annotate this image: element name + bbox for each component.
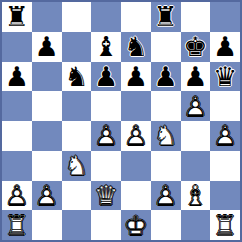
white-pawn-piece[interactable]: ♟♙ bbox=[32, 181, 62, 211]
square-c4[interactable] bbox=[62, 121, 92, 151]
black-queen-glyph: ♛ bbox=[210, 62, 240, 92]
square-b8[interactable] bbox=[32, 2, 62, 32]
black-queen-piece[interactable]: ♛ bbox=[210, 62, 240, 92]
square-g8[interactable] bbox=[181, 2, 211, 32]
black-rook-glyph: ♜ bbox=[151, 2, 181, 32]
square-d8[interactable] bbox=[91, 2, 121, 32]
white-pawn-outline: ♙ bbox=[151, 181, 181, 211]
white-queen-piece[interactable]: ♛♕ bbox=[91, 181, 121, 211]
square-c5[interactable] bbox=[62, 91, 92, 121]
black-pawn-glyph: ♟ bbox=[2, 62, 32, 92]
black-king-glyph: ♚ bbox=[181, 32, 211, 62]
white-rook-piece[interactable]: ♜♖ bbox=[2, 210, 32, 240]
square-f3[interactable] bbox=[151, 151, 181, 181]
white-pawn-piece[interactable]: ♟♙ bbox=[2, 181, 32, 211]
square-h1[interactable]: ♜♖ bbox=[210, 210, 240, 240]
square-e7[interactable]: ♞ bbox=[121, 32, 151, 62]
chess-board: ♜♜♟♝♞♚♟♟♞♟♟♟♟♛♟♙♟♙♟♙♞♘♟♙♞♘♟♙♟♙♛♕♟♙♝♗♜♖♚♔… bbox=[0, 0, 242, 242]
square-h5[interactable] bbox=[210, 91, 240, 121]
square-e3[interactable] bbox=[121, 151, 151, 181]
black-rook-glyph: ♜ bbox=[2, 2, 32, 32]
square-a3[interactable] bbox=[2, 151, 32, 181]
black-bishop-glyph: ♝ bbox=[91, 32, 121, 62]
square-a2[interactable]: ♟♙ bbox=[2, 181, 32, 211]
white-rook-outline: ♖ bbox=[210, 210, 240, 240]
white-rook-outline: ♖ bbox=[2, 210, 32, 240]
square-a1[interactable]: ♜♖ bbox=[2, 210, 32, 240]
square-f2[interactable]: ♟♙ bbox=[151, 181, 181, 211]
square-h3[interactable] bbox=[210, 151, 240, 181]
square-a4[interactable] bbox=[2, 121, 32, 151]
white-pawn-outline: ♙ bbox=[91, 121, 121, 151]
black-pawn-piece[interactable]: ♟ bbox=[181, 62, 211, 92]
white-queen-outline: ♕ bbox=[91, 181, 121, 211]
square-c7[interactable] bbox=[62, 32, 92, 62]
square-e8[interactable] bbox=[121, 2, 151, 32]
square-b7[interactable]: ♟ bbox=[32, 32, 62, 62]
white-pawn-piece[interactable]: ♟♙ bbox=[210, 121, 240, 151]
square-g6[interactable]: ♟ bbox=[181, 62, 211, 92]
square-h6[interactable]: ♛ bbox=[210, 62, 240, 92]
square-c6[interactable]: ♞ bbox=[62, 62, 92, 92]
square-b6[interactable] bbox=[32, 62, 62, 92]
square-f8[interactable]: ♜ bbox=[151, 2, 181, 32]
black-pawn-glyph: ♟ bbox=[181, 62, 211, 92]
square-b4[interactable] bbox=[32, 121, 62, 151]
white-pawn-piece[interactable]: ♟♙ bbox=[91, 121, 121, 151]
square-b3[interactable] bbox=[32, 151, 62, 181]
white-pawn-outline: ♙ bbox=[2, 181, 32, 211]
square-e2[interactable] bbox=[121, 181, 151, 211]
square-f4[interactable]: ♞♘ bbox=[151, 121, 181, 151]
square-h2[interactable] bbox=[210, 181, 240, 211]
square-b5[interactable] bbox=[32, 91, 62, 121]
square-h7[interactable]: ♟ bbox=[210, 32, 240, 62]
square-c8[interactable] bbox=[62, 2, 92, 32]
black-knight-glyph: ♞ bbox=[62, 62, 92, 92]
black-pawn-piece[interactable]: ♟ bbox=[121, 62, 151, 92]
black-bishop-piece[interactable]: ♝ bbox=[91, 32, 121, 62]
white-pawn-piece[interactable]: ♟♙ bbox=[151, 181, 181, 211]
square-e6[interactable]: ♟ bbox=[121, 62, 151, 92]
black-pawn-piece[interactable]: ♟ bbox=[32, 32, 62, 62]
square-g1[interactable] bbox=[181, 210, 211, 240]
square-d5[interactable] bbox=[91, 91, 121, 121]
square-h4[interactable]: ♟♙ bbox=[210, 121, 240, 151]
square-c3[interactable]: ♞♘ bbox=[62, 151, 92, 181]
square-d4[interactable]: ♟♙ bbox=[91, 121, 121, 151]
black-pawn-glyph: ♟ bbox=[121, 62, 151, 92]
black-pawn-piece[interactable]: ♟ bbox=[210, 32, 240, 62]
white-bishop-outline: ♗ bbox=[181, 181, 211, 211]
square-g7[interactable]: ♚ bbox=[181, 32, 211, 62]
black-pawn-piece[interactable]: ♟ bbox=[91, 62, 121, 92]
square-f6[interactable]: ♟ bbox=[151, 62, 181, 92]
white-king-piece[interactable]: ♚♔ bbox=[121, 210, 151, 240]
white-rook-piece[interactable]: ♜♖ bbox=[210, 210, 240, 240]
square-e1[interactable]: ♚♔ bbox=[121, 210, 151, 240]
square-d2[interactable]: ♛♕ bbox=[91, 181, 121, 211]
white-pawn-outline: ♙ bbox=[121, 121, 151, 151]
square-e5[interactable] bbox=[121, 91, 151, 121]
white-knight-piece[interactable]: ♞♘ bbox=[151, 121, 181, 151]
white-pawn-piece[interactable]: ♟♙ bbox=[121, 121, 151, 151]
square-b2[interactable]: ♟♙ bbox=[32, 181, 62, 211]
square-a6[interactable]: ♟ bbox=[2, 62, 32, 92]
square-c1[interactable] bbox=[62, 210, 92, 240]
black-knight-piece[interactable]: ♞ bbox=[62, 62, 92, 92]
white-knight-outline: ♘ bbox=[151, 121, 181, 151]
square-f5[interactable] bbox=[151, 91, 181, 121]
black-pawn-piece[interactable]: ♟ bbox=[2, 62, 32, 92]
white-knight-piece[interactable]: ♞♘ bbox=[62, 151, 92, 181]
square-d7[interactable]: ♝ bbox=[91, 32, 121, 62]
black-pawn-glyph: ♟ bbox=[210, 32, 240, 62]
square-d3[interactable] bbox=[91, 151, 121, 181]
black-rook-piece[interactable]: ♜ bbox=[151, 2, 181, 32]
square-d1[interactable] bbox=[91, 210, 121, 240]
square-h8[interactable] bbox=[210, 2, 240, 32]
white-knight-outline: ♘ bbox=[62, 151, 92, 181]
square-g5[interactable]: ♟♙ bbox=[181, 91, 211, 121]
black-rook-piece[interactable]: ♜ bbox=[2, 2, 32, 32]
square-g2[interactable]: ♝♗ bbox=[181, 181, 211, 211]
square-g3[interactable] bbox=[181, 151, 211, 181]
square-e4[interactable]: ♟♙ bbox=[121, 121, 151, 151]
square-a5[interactable] bbox=[2, 91, 32, 121]
black-pawn-glyph: ♟ bbox=[151, 62, 181, 92]
black-knight-glyph: ♞ bbox=[121, 32, 151, 62]
white-pawn-outline: ♙ bbox=[32, 181, 62, 211]
black-pawn-piece[interactable]: ♟ bbox=[151, 62, 181, 92]
white-bishop-piece[interactable]: ♝♗ bbox=[181, 181, 211, 211]
square-a7[interactable] bbox=[2, 32, 32, 62]
black-knight-piece[interactable]: ♞ bbox=[121, 32, 151, 62]
white-pawn-outline: ♙ bbox=[181, 91, 211, 121]
black-pawn-glyph: ♟ bbox=[91, 62, 121, 92]
square-b1[interactable] bbox=[32, 210, 62, 240]
black-king-piece[interactable]: ♚ bbox=[181, 32, 211, 62]
white-king-outline: ♔ bbox=[121, 210, 151, 240]
square-g4[interactable] bbox=[181, 121, 211, 151]
square-c2[interactable] bbox=[62, 181, 92, 211]
square-f1[interactable] bbox=[151, 210, 181, 240]
square-d6[interactable]: ♟ bbox=[91, 62, 121, 92]
square-f7[interactable] bbox=[151, 32, 181, 62]
white-pawn-outline: ♙ bbox=[210, 121, 240, 151]
square-a8[interactable]: ♜ bbox=[2, 2, 32, 32]
white-pawn-piece[interactable]: ♟♙ bbox=[181, 91, 211, 121]
black-pawn-glyph: ♟ bbox=[32, 32, 62, 62]
